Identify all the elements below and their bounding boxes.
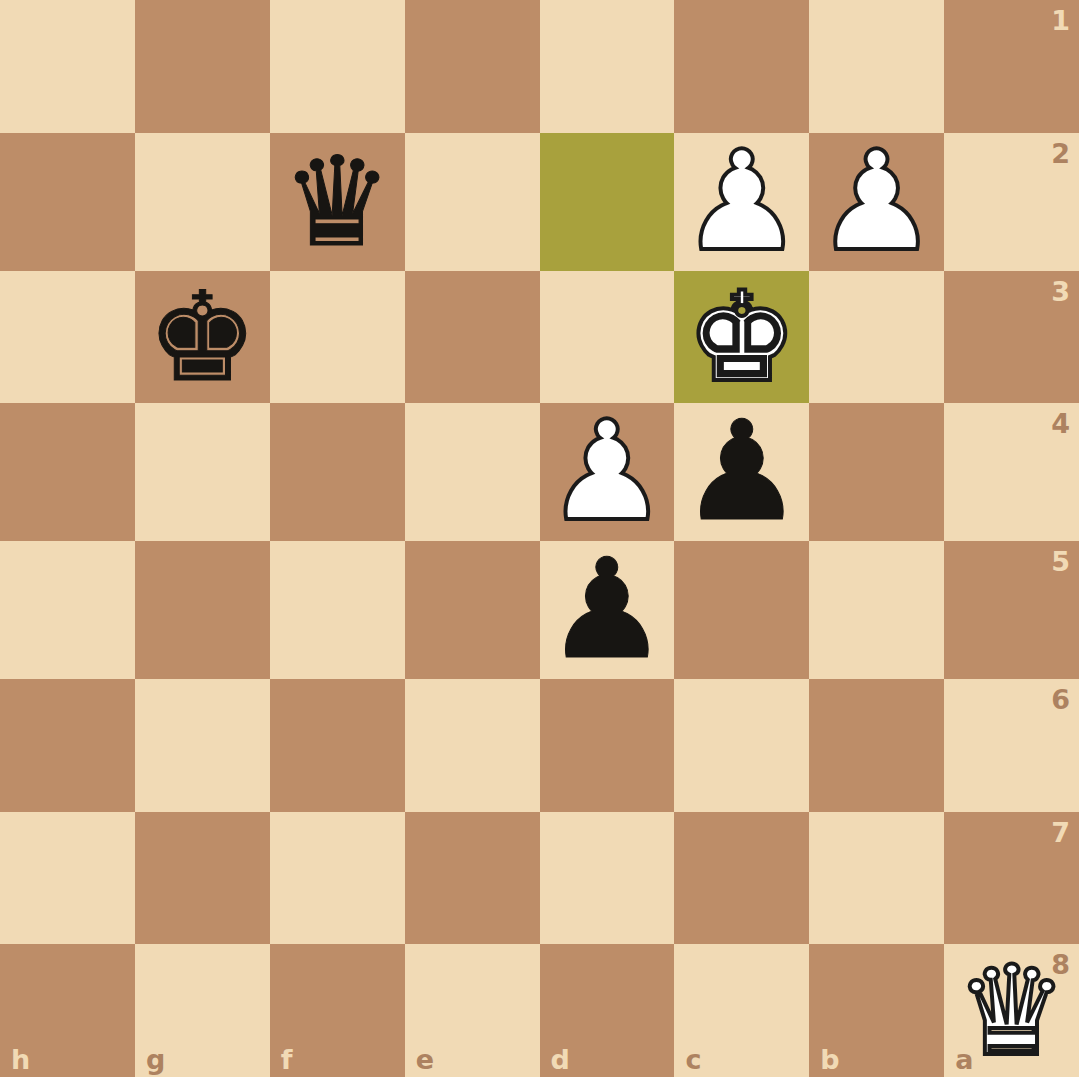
square-e7[interactable] [405,812,540,945]
square-h3[interactable] [0,271,135,404]
square-c6[interactable] [674,679,809,812]
square-d7[interactable] [540,812,675,945]
file-label-g: g [146,1046,165,1073]
square-f1[interactable] [270,0,405,133]
rank-label-6: 6 [1051,686,1070,713]
square-a2[interactable]: 2 [944,133,1079,271]
square-e4[interactable] [405,403,540,541]
square-b1[interactable] [809,0,944,133]
square-b7[interactable] [809,812,944,945]
square-g5[interactable] [135,541,270,679]
square-g8[interactable]: g [135,944,270,1077]
square-h8[interactable]: h [0,944,135,1077]
square-a4[interactable]: 4 [944,403,1079,541]
square-b5[interactable] [809,541,944,679]
black-king[interactable]: ♚ [147,275,258,399]
square-c2[interactable]: ♟ [674,133,809,271]
square-e6[interactable] [405,679,540,812]
rank-label-8: 8 [1051,951,1070,978]
square-h5[interactable] [0,541,135,679]
square-f5[interactable] [270,541,405,679]
square-d5[interactable]: ♟ [540,541,675,679]
square-g7[interactable] [135,812,270,945]
square-e2[interactable] [405,133,540,271]
black-pawn[interactable]: ♟ [545,541,669,679]
square-d6[interactable] [540,679,675,812]
white-pawn[interactable]: ♟ [545,403,669,541]
square-f4[interactable] [270,403,405,541]
square-e8[interactable]: e [405,944,540,1077]
square-h4[interactable] [0,403,135,541]
square-g2[interactable] [135,133,270,271]
square-f8[interactable]: f [270,944,405,1077]
white-pawn[interactable]: ♟ [815,133,939,271]
rank-label-4: 4 [1051,410,1070,437]
file-label-a: a [955,1046,973,1073]
chess-board: 1♛♟♟2♚♚3♟♟4♟567hgfedcb♛8a [0,0,1079,1077]
white-king[interactable]: ♚ [686,275,797,399]
square-a3[interactable]: 3 [944,271,1079,404]
square-a6[interactable]: 6 [944,679,1079,812]
file-label-c: c [685,1046,701,1073]
square-e1[interactable] [405,0,540,133]
square-g1[interactable] [135,0,270,133]
rank-label-7: 7 [1051,819,1070,846]
square-f2[interactable]: ♛ [270,133,405,271]
square-b8[interactable]: b [809,944,944,1077]
square-f7[interactable] [270,812,405,945]
square-g3[interactable]: ♚ [135,271,270,404]
square-c3[interactable]: ♚ [674,271,809,404]
file-label-e: e [416,1046,434,1073]
square-d4[interactable]: ♟ [540,403,675,541]
square-d1[interactable] [540,0,675,133]
square-b6[interactable] [809,679,944,812]
square-c1[interactable] [674,0,809,133]
square-a7[interactable]: 7 [944,812,1079,945]
square-h6[interactable] [0,679,135,812]
square-a8[interactable]: ♛8a [944,944,1079,1077]
square-e5[interactable] [405,541,540,679]
square-a1[interactable]: 1 [944,0,1079,133]
square-c7[interactable] [674,812,809,945]
square-f6[interactable] [270,679,405,812]
square-a5[interactable]: 5 [944,541,1079,679]
square-b2[interactable]: ♟ [809,133,944,271]
rank-label-5: 5 [1051,548,1070,575]
square-h7[interactable] [0,812,135,945]
square-d8[interactable]: d [540,944,675,1077]
black-queen[interactable]: ♛ [282,140,393,264]
file-label-f: f [281,1046,293,1073]
square-g6[interactable] [135,679,270,812]
square-d3[interactable] [540,271,675,404]
square-c5[interactable] [674,541,809,679]
square-e3[interactable] [405,271,540,404]
square-h2[interactable] [0,133,135,271]
file-label-b: b [820,1046,839,1073]
square-c8[interactable]: c [674,944,809,1077]
square-f3[interactable] [270,271,405,404]
file-label-h: h [11,1046,30,1073]
square-h1[interactable] [0,0,135,133]
white-pawn[interactable]: ♟ [680,133,804,271]
rank-label-3: 3 [1051,278,1070,305]
square-b3[interactable] [809,271,944,404]
rank-label-2: 2 [1051,140,1070,167]
square-d2[interactable] [540,133,675,271]
square-c4[interactable]: ♟ [674,403,809,541]
square-g4[interactable] [135,403,270,541]
file-label-d: d [551,1046,570,1073]
black-pawn[interactable]: ♟ [680,403,804,541]
rank-label-1: 1 [1051,7,1070,34]
square-b4[interactable] [809,403,944,541]
